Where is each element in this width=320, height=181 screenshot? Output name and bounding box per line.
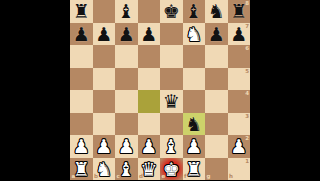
square-a4[interactable] (70, 90, 93, 113)
square-g7[interactable]: ♟ (205, 23, 228, 46)
coord-rank-4: 4 (245, 91, 249, 97)
app-window: ♜♝♚♝♞♜8♟♟♟♟♞♟♟765♛4♞3♟♟♟♟♝♟♟2♜a♞b♝c♛d♚e♜… (0, 0, 320, 180)
square-e4[interactable]: ♛ (160, 90, 183, 113)
white-pawn-a2[interactable]: ♟ (70, 135, 93, 158)
square-d4[interactable] (138, 90, 161, 113)
square-f5[interactable] (183, 68, 206, 91)
black-king-e8[interactable]: ♚ (160, 0, 183, 23)
coord-file-g: g (207, 174, 211, 180)
square-g3[interactable] (205, 113, 228, 136)
square-f2[interactable]: ♟ (183, 135, 206, 158)
square-h2[interactable]: ♟2 (228, 135, 251, 158)
square-d5[interactable] (138, 68, 161, 91)
square-g5[interactable] (205, 68, 228, 91)
square-f7[interactable]: ♞ (183, 23, 206, 46)
white-pawn-b2[interactable]: ♟ (93, 135, 116, 158)
square-g6[interactable] (205, 45, 228, 68)
square-c6[interactable] (115, 45, 138, 68)
square-h4[interactable]: 4 (228, 90, 251, 113)
square-g1[interactable]: g (205, 158, 228, 181)
square-d2[interactable]: ♟ (138, 135, 161, 158)
square-f1[interactable]: ♜f (183, 158, 206, 181)
square-h5[interactable]: 5 (228, 68, 251, 91)
black-pawn-h7[interactable]: ♟ (228, 23, 251, 46)
black-queen-e4[interactable]: ♛ (160, 90, 183, 113)
coord-rank-3: 3 (245, 114, 249, 120)
square-c1[interactable]: ♝c (115, 158, 138, 181)
square-a1[interactable]: ♜a (70, 158, 93, 181)
square-a5[interactable] (70, 68, 93, 91)
chess-board: ♜♝♚♝♞♜8♟♟♟♟♞♟♟765♛4♞3♟♟♟♟♝♟♟2♜a♞b♝c♛d♚e♜… (70, 0, 250, 180)
square-b4[interactable] (93, 90, 116, 113)
square-a8[interactable]: ♜ (70, 0, 93, 23)
square-h6[interactable]: 6 (228, 45, 251, 68)
square-e5[interactable] (160, 68, 183, 91)
square-e8[interactable]: ♚ (160, 0, 183, 23)
square-g2[interactable] (205, 135, 228, 158)
white-bishop-e2[interactable]: ♝ (160, 135, 183, 158)
coord-rank-1: 1 (245, 159, 249, 165)
black-knight-f3[interactable]: ♞ (183, 113, 206, 136)
square-e3[interactable] (160, 113, 183, 136)
square-e7[interactable] (160, 23, 183, 46)
square-d1[interactable]: ♛d (138, 158, 161, 181)
coord-rank-5: 5 (245, 69, 249, 75)
square-e1[interactable]: ♚e (160, 158, 183, 181)
square-a7[interactable]: ♟ (70, 23, 93, 46)
square-b5[interactable] (93, 68, 116, 91)
square-b2[interactable]: ♟ (93, 135, 116, 158)
square-e2[interactable]: ♝ (160, 135, 183, 158)
black-pawn-a7[interactable]: ♟ (70, 23, 93, 46)
square-e6[interactable] (160, 45, 183, 68)
white-pawn-f2[interactable]: ♟ (183, 135, 206, 158)
black-bishop-c8[interactable]: ♝ (115, 0, 138, 23)
white-pawn-c2[interactable]: ♟ (115, 135, 138, 158)
white-rook-f1[interactable]: ♜ (183, 158, 206, 181)
coord-rank-6: 6 (245, 46, 249, 52)
black-pawn-d7[interactable]: ♟ (138, 23, 161, 46)
white-pawn-h2[interactable]: ♟ (228, 135, 251, 158)
black-bishop-f8[interactable]: ♝ (183, 0, 206, 23)
black-pawn-c7[interactable]: ♟ (115, 23, 138, 46)
black-pawn-g7[interactable]: ♟ (205, 23, 228, 46)
square-c8[interactable]: ♝ (115, 0, 138, 23)
square-b3[interactable] (93, 113, 116, 136)
white-pawn-d2[interactable]: ♟ (138, 135, 161, 158)
square-c3[interactable] (115, 113, 138, 136)
square-d3[interactable] (138, 113, 161, 136)
white-queen-d1[interactable]: ♛ (138, 158, 161, 181)
square-c7[interactable]: ♟ (115, 23, 138, 46)
white-bishop-c1[interactable]: ♝ (115, 158, 138, 181)
square-b1[interactable]: ♞b (93, 158, 116, 181)
square-b8[interactable] (93, 0, 116, 23)
square-b7[interactable]: ♟ (93, 23, 116, 46)
square-c2[interactable]: ♟ (115, 135, 138, 158)
square-d7[interactable]: ♟ (138, 23, 161, 46)
square-c5[interactable] (115, 68, 138, 91)
black-pawn-b7[interactable]: ♟ (93, 23, 116, 46)
square-h8[interactable]: ♜8 (228, 0, 251, 23)
white-king-e1[interactable]: ♚ (160, 158, 183, 181)
square-f3[interactable]: ♞ (183, 113, 206, 136)
square-f4[interactable] (183, 90, 206, 113)
square-d8[interactable] (138, 0, 161, 23)
black-rook-a8[interactable]: ♜ (70, 0, 93, 23)
black-rook-h8[interactable]: ♜ (228, 0, 251, 23)
white-knight-b1[interactable]: ♞ (93, 158, 116, 181)
square-h7[interactable]: ♟7 (228, 23, 251, 46)
square-a2[interactable]: ♟ (70, 135, 93, 158)
white-knight-f7[interactable]: ♞ (183, 23, 206, 46)
square-c4[interactable] (115, 90, 138, 113)
square-g8[interactable]: ♞ (205, 0, 228, 23)
square-h1[interactable]: 1h (228, 158, 251, 181)
coord-file-h: h (229, 174, 233, 180)
square-a3[interactable] (70, 113, 93, 136)
square-a6[interactable] (70, 45, 93, 68)
square-g4[interactable] (205, 90, 228, 113)
square-h3[interactable]: 3 (228, 113, 251, 136)
square-d6[interactable] (138, 45, 161, 68)
white-rook-a1[interactable]: ♜ (70, 158, 93, 181)
square-b6[interactable] (93, 45, 116, 68)
black-knight-g8[interactable]: ♞ (205, 0, 228, 23)
square-f8[interactable]: ♝ (183, 0, 206, 23)
square-f6[interactable] (183, 45, 206, 68)
